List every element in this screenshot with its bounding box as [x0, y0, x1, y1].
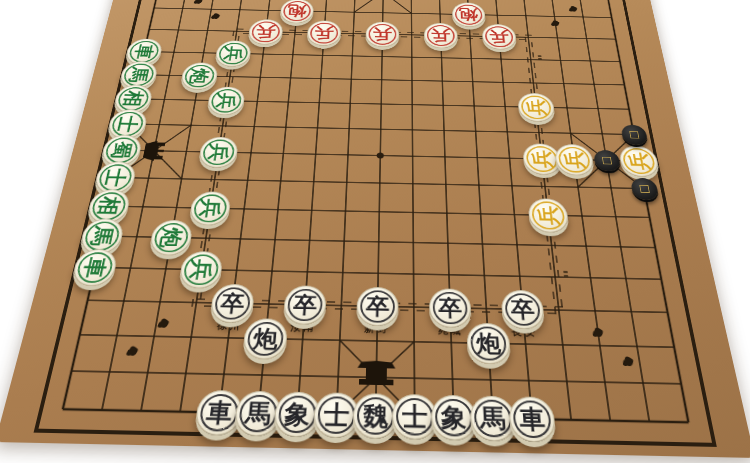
piece-character: 兵 [198, 199, 223, 219]
gate-base [359, 379, 394, 385]
piece-character: 兵 [431, 28, 450, 43]
piece-character: 炮 [287, 4, 307, 18]
piece-character: 卒 [292, 294, 317, 316]
piece-character: 車 [133, 44, 156, 59]
piece-character: 馬 [127, 67, 150, 83]
piece-character: 炮 [476, 332, 502, 356]
piece-character: 兵 [530, 150, 553, 168]
piece-character: 炮 [252, 327, 278, 351]
piece-character: 卒 [219, 292, 245, 314]
piece-character: 炮 [158, 227, 184, 247]
piece-character: 車 [81, 257, 109, 278]
piece-character: 兵 [627, 152, 651, 170]
piece-character: 兵 [563, 151, 586, 169]
piece-character: 士 [402, 404, 428, 430]
piece-character: 兵 [536, 206, 560, 226]
piece-character: 兵 [314, 26, 334, 41]
piece-character: 蜀 [109, 141, 134, 159]
piece-character: 馬 [89, 226, 116, 246]
piece-character: 魏 [363, 403, 389, 429]
scene: 徐州汝南新野宛城長安 車馬相士吳士相馬車炮炮兵兵兵兵兵車兵馬炮相兵兵士蜀兵兵兵兵… [0, 0, 750, 463]
piece-character: 馬 [480, 405, 507, 431]
piece-character: 兵 [223, 46, 245, 61]
piece-character: 炮 [459, 8, 478, 22]
piece-character: 士 [103, 168, 129, 187]
piece-character: 兵 [215, 93, 238, 109]
piece-character: 卒 [438, 297, 462, 320]
piece-character: 象 [284, 401, 311, 427]
piece-character: 兵 [373, 27, 392, 42]
piece-character: 象 [441, 404, 467, 430]
piece-character: 車 [205, 400, 234, 426]
piece-character: 車 [518, 406, 546, 432]
city-mark-small [538, 55, 542, 57]
piece-character: 炮 [188, 68, 210, 84]
piece-character: 士 [323, 402, 350, 428]
wu-piece-兵[interactable]: 兵 [424, 23, 458, 49]
piece-character: 兵 [489, 29, 509, 44]
piece-character: 士 [115, 115, 139, 132]
gate-body [366, 368, 387, 380]
piece-character: 馬 [244, 400, 272, 426]
piece-character: 兵 [255, 25, 276, 40]
city-mark-small [563, 271, 568, 273]
photo-background: 徐州汝南新野宛城長安 車馬相士吳士相馬車炮炮兵兵兵兵兵車兵馬炮相兵兵士蜀兵兵兵兵… [0, 0, 750, 463]
wu-piece-兵[interactable]: 兵 [365, 21, 399, 47]
piece-character: 兵 [188, 259, 214, 280]
piece-character: 相 [96, 196, 122, 215]
piece-character: 兵 [525, 99, 547, 116]
game-board-mat: 徐州汝南新野宛城長安 車馬相士吳士相馬車炮炮兵兵兵兵兵車兵馬炮相兵兵士蜀兵兵兵兵… [0, 0, 750, 458]
piece-character: 卒 [510, 298, 535, 321]
city-gate-icon [357, 360, 395, 385]
piece-character: 相 [121, 91, 145, 107]
piece-character: 兵 [207, 143, 231, 161]
wei-piece-卒[interactable]: 卒 [356, 287, 398, 327]
piece-character: 卒 [366, 295, 390, 317]
